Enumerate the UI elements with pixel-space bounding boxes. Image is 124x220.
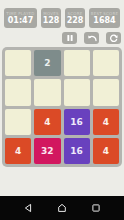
undo-arrow-icon (87, 34, 97, 42)
android-navbar (0, 196, 124, 220)
board-cell: 4 (93, 109, 119, 135)
nav-back-button[interactable] (23, 201, 33, 216)
board-cell: 16 (64, 109, 90, 135)
board-cell: 4 (5, 138, 31, 164)
board-cell (93, 79, 119, 105)
pause-icon (66, 34, 74, 42)
undo-button[interactable] (84, 32, 99, 44)
restart-button[interactable] (106, 32, 121, 44)
home-icon (57, 201, 67, 216)
recents-square-icon (91, 201, 101, 216)
best-score-badge: BEST SCORE 1684 (89, 8, 120, 28)
2048-app-screen: TIME PLAYED 01:47 MOVES 128 SCORE 228 BE… (0, 0, 124, 220)
game-board[interactable]: 2 4 16 4 4 32 16 4 (2, 47, 122, 167)
board-cell (5, 50, 31, 76)
pause-button[interactable] (62, 32, 77, 44)
nav-home-button[interactable] (57, 201, 67, 216)
best-score-value: 1684 (93, 16, 115, 25)
restart-arrow-icon (109, 34, 118, 43)
board-cell (64, 50, 90, 76)
board-cell: 4 (34, 109, 60, 135)
moves-value: 128 (43, 16, 60, 25)
nav-recents-button[interactable] (91, 201, 101, 216)
board-cell (34, 79, 60, 105)
board-cell: 2 (34, 50, 60, 76)
board-cell (5, 109, 31, 135)
board-cell (5, 79, 31, 105)
moves-badge: MOVES 128 (41, 8, 61, 28)
score-value: 228 (67, 16, 84, 25)
board-cell (64, 79, 90, 105)
time-played-badge: TIME PLAYED 01:47 (4, 8, 37, 28)
board-cell: 32 (34, 138, 60, 164)
board-cell: 4 (93, 138, 119, 164)
stats-row: TIME PLAYED 01:47 MOVES 128 SCORE 228 BE… (4, 8, 120, 28)
board-cell (93, 50, 119, 76)
time-played-value: 01:47 (8, 16, 33, 25)
score-badge: SCORE 228 (65, 8, 85, 28)
control-buttons (62, 32, 121, 44)
back-triangle-icon (23, 201, 33, 216)
board-cell: 16 (64, 138, 90, 164)
